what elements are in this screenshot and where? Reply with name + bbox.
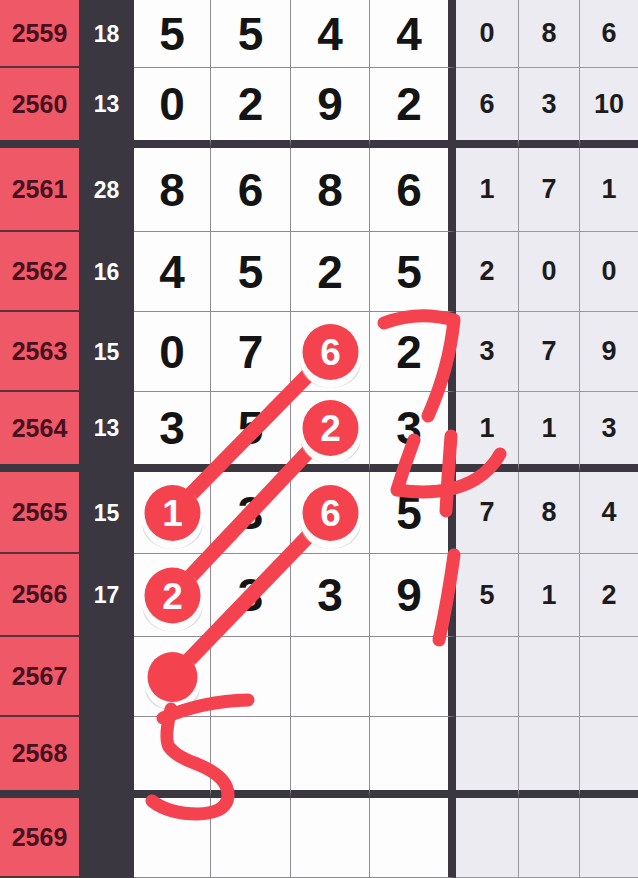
digit-cell xyxy=(134,717,211,798)
stat-cell: 1 xyxy=(456,392,519,472)
stat-cell: 7 xyxy=(519,148,580,232)
sum-cell: 18 xyxy=(79,0,134,68)
stat-cell: 8 xyxy=(519,0,580,68)
digit-cell: 8 xyxy=(291,148,370,232)
stat-cell: 3 xyxy=(456,312,519,392)
digit-cell: 5 xyxy=(134,0,211,68)
digit-cell: 6 xyxy=(291,312,370,392)
trend-grid: 2559185544086256013029263102561288686171… xyxy=(0,0,638,878)
digit-cell: 4 xyxy=(134,232,211,312)
stat-cell: 1 xyxy=(519,392,580,472)
stat-cell: 3 xyxy=(580,392,638,472)
digit-cell: 0 xyxy=(134,68,211,148)
sum-cell: 28 xyxy=(79,148,134,232)
period-cell: 2562 xyxy=(0,232,79,312)
sum-cell: 15 xyxy=(79,312,134,392)
stat-cell: 1 xyxy=(519,554,580,637)
digit-cell: 6 xyxy=(291,472,370,554)
lottery-trend-board: 2559185544086256013029263102561288686171… xyxy=(0,0,638,878)
digit-cell: 3 xyxy=(291,554,370,637)
digit-cell xyxy=(291,717,370,798)
digit-cell xyxy=(211,717,291,798)
sum-cell xyxy=(79,798,134,878)
stat-cell: 3 xyxy=(519,68,580,148)
digit-cell xyxy=(211,798,291,878)
digit-cell: 3 xyxy=(134,392,211,472)
period-cell: 2565 xyxy=(0,472,79,554)
period-cell: 2561 xyxy=(0,148,79,232)
stat-cell xyxy=(519,798,580,878)
stat-cell: 10 xyxy=(580,68,638,148)
digit-cell: 2 xyxy=(370,312,456,392)
stat-cell: 0 xyxy=(456,0,519,68)
digit-cell: 3 xyxy=(370,392,456,472)
sum-cell: 15 xyxy=(79,472,134,554)
digit-cell xyxy=(291,798,370,878)
digit-cell: 5 xyxy=(211,0,291,68)
stat-cell: 8 xyxy=(519,472,580,554)
stat-cell: 5 xyxy=(456,554,519,637)
stat-cell xyxy=(580,717,638,798)
stat-cell: 1 xyxy=(456,148,519,232)
stat-cell: 2 xyxy=(456,232,519,312)
digit-cell: 5 xyxy=(370,472,456,554)
stat-cell xyxy=(519,637,580,717)
digit-cell: 2 xyxy=(291,232,370,312)
digit-cell xyxy=(370,798,456,878)
digit-cell: 7 xyxy=(211,312,291,392)
digit-cell: 0 xyxy=(134,312,211,392)
sum-cell: 13 xyxy=(79,68,134,148)
digit-cell: 9 xyxy=(291,68,370,148)
digit-cell: 6 xyxy=(370,148,456,232)
stat-cell: 7 xyxy=(456,472,519,554)
stat-cell xyxy=(580,798,638,878)
digit-cell xyxy=(370,717,456,798)
digit-cell xyxy=(211,637,291,717)
period-cell: 2569 xyxy=(0,798,79,878)
stat-cell xyxy=(456,717,519,798)
sum-cell xyxy=(79,717,134,798)
digit-cell xyxy=(291,637,370,717)
stat-cell: 2 xyxy=(580,554,638,637)
digit-cell: 3 xyxy=(211,554,291,637)
digit-cell: 1 xyxy=(134,472,211,554)
digit-cell: 5 xyxy=(211,232,291,312)
period-cell: 2564 xyxy=(0,392,79,472)
digit-cell: 2 xyxy=(134,554,211,637)
digit-cell xyxy=(134,798,211,878)
stat-cell xyxy=(456,637,519,717)
stat-cell: 6 xyxy=(580,0,638,68)
digit-cell: 5 xyxy=(370,232,456,312)
period-cell: 2563 xyxy=(0,312,79,392)
digit-cell: 4 xyxy=(370,0,456,68)
stat-cell: 4 xyxy=(580,472,638,554)
sum-cell xyxy=(79,637,134,717)
stat-cell: 9 xyxy=(580,312,638,392)
digit-cell: 2 xyxy=(291,392,370,472)
sum-cell: 13 xyxy=(79,392,134,472)
stat-cell xyxy=(580,637,638,717)
stat-cell xyxy=(519,717,580,798)
period-cell: 2560 xyxy=(0,68,79,148)
digit-cell: 8 xyxy=(134,148,211,232)
digit-cell: 6 xyxy=(211,148,291,232)
digit-cell: 2 xyxy=(370,68,456,148)
digit-cell xyxy=(134,637,211,717)
digit-cell: 2 xyxy=(211,68,291,148)
stat-cell: 1 xyxy=(580,148,638,232)
period-cell: 2568 xyxy=(0,717,79,798)
stat-cell: 0 xyxy=(519,232,580,312)
period-cell: 2567 xyxy=(0,637,79,717)
stat-cell: 7 xyxy=(519,312,580,392)
period-cell: 2566 xyxy=(0,554,79,637)
digit-cell: 3 xyxy=(211,472,291,554)
sum-cell: 16 xyxy=(79,232,134,312)
digit-cell: 9 xyxy=(370,554,456,637)
digit-cell: 5 xyxy=(211,392,291,472)
period-cell: 2559 xyxy=(0,0,79,68)
sum-cell: 17 xyxy=(79,554,134,637)
stat-cell: 0 xyxy=(580,232,638,312)
digit-cell xyxy=(370,637,456,717)
stat-cell xyxy=(456,798,519,878)
digit-cell: 4 xyxy=(291,0,370,68)
stat-cell: 6 xyxy=(456,68,519,148)
